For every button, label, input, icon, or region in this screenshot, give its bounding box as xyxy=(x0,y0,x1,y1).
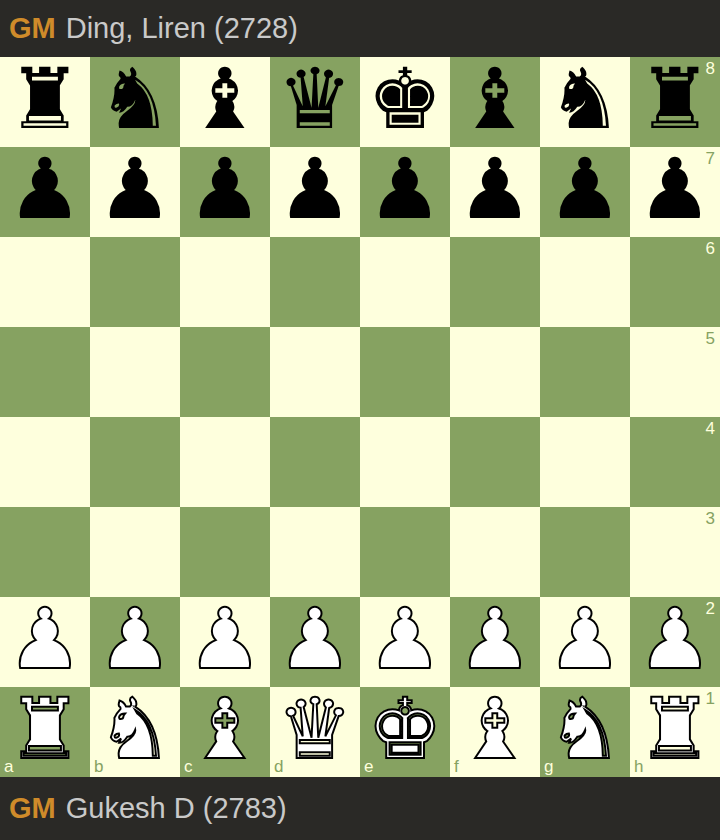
square-b6[interactable] xyxy=(90,237,180,327)
square-d2[interactable]: ♟ xyxy=(270,597,360,687)
bottom-player-bar: GM Gukesh D (2783) xyxy=(0,777,720,840)
piece-black-bishop[interactable]: ♝ xyxy=(457,57,532,141)
piece-white-pawn[interactable]: ♟ xyxy=(277,597,352,681)
square-c4[interactable] xyxy=(180,417,270,507)
piece-white-queen[interactable]: ♛ xyxy=(277,687,352,771)
square-g4[interactable] xyxy=(540,417,630,507)
piece-white-knight[interactable]: ♞ xyxy=(97,687,172,771)
bottom-player-title-badge: GM xyxy=(9,794,56,823)
square-c1[interactable]: c♝ xyxy=(180,687,270,777)
square-f2[interactable]: ♟ xyxy=(450,597,540,687)
square-c5[interactable] xyxy=(180,327,270,417)
square-b1[interactable]: b♞ xyxy=(90,687,180,777)
square-c2[interactable]: ♟ xyxy=(180,597,270,687)
piece-black-pawn[interactable]: ♟ xyxy=(7,147,82,231)
square-f3[interactable] xyxy=(450,507,540,597)
square-f4[interactable] xyxy=(450,417,540,507)
piece-black-king[interactable]: ♚ xyxy=(367,57,442,141)
square-e2[interactable]: ♟ xyxy=(360,597,450,687)
square-h4[interactable]: 4 xyxy=(630,417,720,507)
square-e7[interactable]: ♟ xyxy=(360,147,450,237)
square-a4[interactable] xyxy=(0,417,90,507)
piece-black-rook[interactable]: ♜ xyxy=(637,57,712,141)
rank-label-5: 5 xyxy=(706,330,715,347)
piece-black-pawn[interactable]: ♟ xyxy=(277,147,352,231)
square-a7[interactable]: ♟ xyxy=(0,147,90,237)
square-h5[interactable]: 5 xyxy=(630,327,720,417)
square-g3[interactable] xyxy=(540,507,630,597)
square-a3[interactable] xyxy=(0,507,90,597)
square-f7[interactable]: ♟ xyxy=(450,147,540,237)
rank-label-6: 6 xyxy=(706,240,715,257)
square-b5[interactable] xyxy=(90,327,180,417)
square-e6[interactable] xyxy=(360,237,450,327)
square-d7[interactable]: ♟ xyxy=(270,147,360,237)
square-e1[interactable]: e♚ xyxy=(360,687,450,777)
square-d1[interactable]: d♛ xyxy=(270,687,360,777)
piece-black-pawn[interactable]: ♟ xyxy=(547,147,622,231)
piece-white-pawn[interactable]: ♟ xyxy=(367,597,442,681)
square-d8[interactable]: ♛ xyxy=(270,57,360,147)
square-e8[interactable]: ♚ xyxy=(360,57,450,147)
square-d6[interactable] xyxy=(270,237,360,327)
square-g8[interactable]: ♞ xyxy=(540,57,630,147)
piece-white-pawn[interactable]: ♟ xyxy=(637,597,712,681)
square-b7[interactable]: ♟ xyxy=(90,147,180,237)
square-a8[interactable]: ♜ xyxy=(0,57,90,147)
square-b8[interactable]: ♞ xyxy=(90,57,180,147)
piece-white-bishop[interactable]: ♝ xyxy=(457,687,532,771)
square-h1[interactable]: 1h♜ xyxy=(630,687,720,777)
square-d4[interactable] xyxy=(270,417,360,507)
piece-black-queen[interactable]: ♛ xyxy=(277,57,352,141)
square-a1[interactable]: a♜ xyxy=(0,687,90,777)
piece-black-pawn[interactable]: ♟ xyxy=(367,147,442,231)
square-h7[interactable]: 7♟ xyxy=(630,147,720,237)
square-e5[interactable] xyxy=(360,327,450,417)
square-f6[interactable] xyxy=(450,237,540,327)
chess-app: GM Ding, Liren (2728) ♜♞♝♛♚♝♞8♜♟♟♟♟♟♟♟7♟… xyxy=(0,0,720,840)
piece-black-pawn[interactable]: ♟ xyxy=(187,147,262,231)
square-c3[interactable] xyxy=(180,507,270,597)
piece-black-rook[interactable]: ♜ xyxy=(7,57,82,141)
piece-black-knight[interactable]: ♞ xyxy=(547,57,622,141)
square-b4[interactable] xyxy=(90,417,180,507)
piece-white-king[interactable]: ♚ xyxy=(367,687,442,771)
top-player-title-badge: GM xyxy=(9,14,56,43)
piece-black-pawn[interactable]: ♟ xyxy=(637,147,712,231)
top-player-bar: GM Ding, Liren (2728) xyxy=(0,0,720,57)
piece-white-bishop[interactable]: ♝ xyxy=(187,687,262,771)
square-f5[interactable] xyxy=(450,327,540,417)
square-c6[interactable] xyxy=(180,237,270,327)
piece-black-knight[interactable]: ♞ xyxy=(97,57,172,141)
rank-label-4: 4 xyxy=(706,420,715,437)
square-g5[interactable] xyxy=(540,327,630,417)
square-h3[interactable]: 3 xyxy=(630,507,720,597)
square-c8[interactable]: ♝ xyxy=(180,57,270,147)
square-g6[interactable] xyxy=(540,237,630,327)
square-c7[interactable]: ♟ xyxy=(180,147,270,237)
piece-black-pawn[interactable]: ♟ xyxy=(97,147,172,231)
square-b2[interactable]: ♟ xyxy=(90,597,180,687)
square-g2[interactable]: ♟ xyxy=(540,597,630,687)
bottom-player-name: Gukesh D (2783) xyxy=(66,794,287,823)
piece-white-pawn[interactable]: ♟ xyxy=(547,597,622,681)
square-g1[interactable]: g♞ xyxy=(540,687,630,777)
square-a5[interactable] xyxy=(0,327,90,417)
piece-white-pawn[interactable]: ♟ xyxy=(457,597,532,681)
square-e3[interactable] xyxy=(360,507,450,597)
square-a6[interactable] xyxy=(0,237,90,327)
square-h2[interactable]: 2♟ xyxy=(630,597,720,687)
top-player-name: Ding, Liren (2728) xyxy=(66,14,298,43)
square-h8[interactable]: 8♜ xyxy=(630,57,720,147)
square-g7[interactable]: ♟ xyxy=(540,147,630,237)
square-f1[interactable]: f♝ xyxy=(450,687,540,777)
chess-board: ♜♞♝♛♚♝♞8♜♟♟♟♟♟♟♟7♟6543♟♟♟♟♟♟♟2♟a♜b♞c♝d♛e… xyxy=(0,57,720,777)
piece-white-rook[interactable]: ♜ xyxy=(7,687,82,771)
piece-white-rook[interactable]: ♜ xyxy=(637,687,712,771)
square-h6[interactable]: 6 xyxy=(630,237,720,327)
piece-white-pawn[interactable]: ♟ xyxy=(7,597,82,681)
piece-black-bishop[interactable]: ♝ xyxy=(187,57,262,141)
square-d5[interactable] xyxy=(270,327,360,417)
piece-white-pawn[interactable]: ♟ xyxy=(187,597,262,681)
square-b3[interactable] xyxy=(90,507,180,597)
piece-white-knight[interactable]: ♞ xyxy=(547,687,622,771)
square-d3[interactable] xyxy=(270,507,360,597)
square-e4[interactable] xyxy=(360,417,450,507)
piece-white-pawn[interactable]: ♟ xyxy=(97,597,172,681)
square-a2[interactable]: ♟ xyxy=(0,597,90,687)
piece-black-pawn[interactable]: ♟ xyxy=(457,147,532,231)
rank-label-3: 3 xyxy=(706,510,715,527)
square-f8[interactable]: ♝ xyxy=(450,57,540,147)
